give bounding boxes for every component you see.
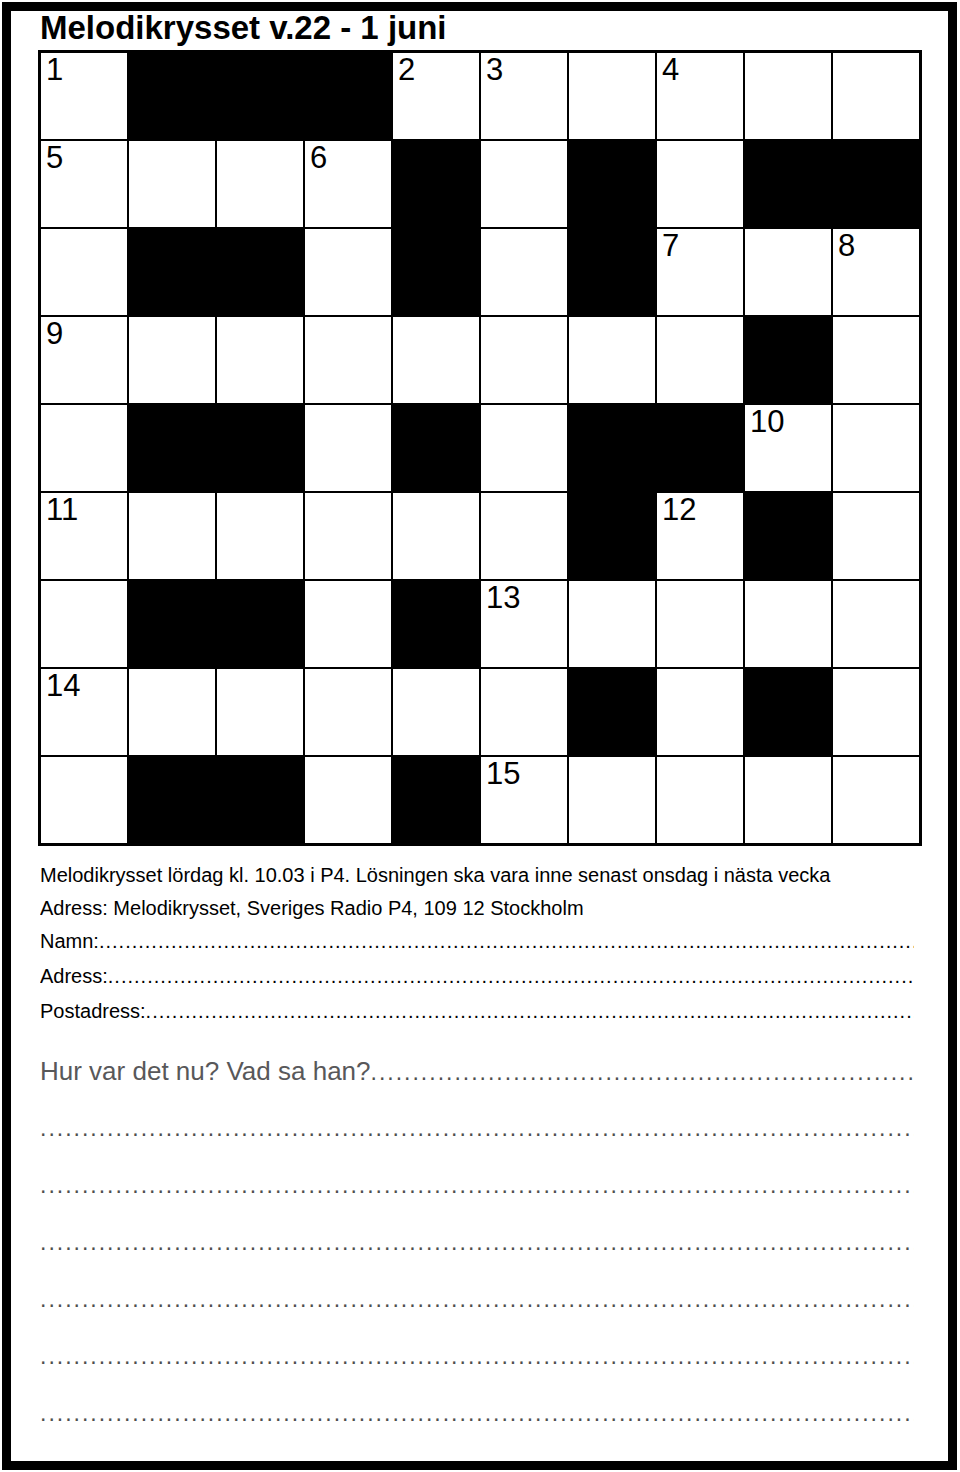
cell-r8c1[interactable]: 14 bbox=[40, 668, 128, 756]
cell-r2c1[interactable]: 5 bbox=[40, 140, 128, 228]
clue-number-5: 5 bbox=[46, 142, 63, 174]
block-cell-r6c7 bbox=[568, 492, 656, 580]
cell-r3c4[interactable] bbox=[304, 228, 392, 316]
cell-r5c10[interactable] bbox=[832, 404, 920, 492]
crossword-page: Melodikrysset v.22 - 1 juni 123456789101… bbox=[0, 0, 960, 1472]
cell-r4c3[interactable] bbox=[216, 316, 304, 404]
broadcast-info-line: Melodikrysset lördag kl. 10.03 i P4. Lös… bbox=[40, 864, 914, 886]
clue-number-12: 12 bbox=[662, 494, 696, 526]
clue-number-3: 3 bbox=[486, 54, 503, 86]
name-field-label: Namn: bbox=[40, 930, 99, 952]
block-cell-r9c5 bbox=[392, 756, 480, 844]
mailing-address-line: Adress: Melodikrysset, Sveriges Radio P4… bbox=[40, 897, 914, 919]
cell-r2c4[interactable]: 6 bbox=[304, 140, 392, 228]
cell-r4c10[interactable] bbox=[832, 316, 920, 404]
cell-r6c3[interactable] bbox=[216, 492, 304, 580]
cell-r4c7[interactable] bbox=[568, 316, 656, 404]
cell-r2c8[interactable] bbox=[656, 140, 744, 228]
cell-r4c4[interactable] bbox=[304, 316, 392, 404]
name-field[interactable]: Namn:...................................… bbox=[40, 930, 914, 952]
cell-r6c8[interactable]: 12 bbox=[656, 492, 744, 580]
cell-r8c4[interactable] bbox=[304, 668, 392, 756]
block-cell-r4c9 bbox=[744, 316, 832, 404]
cell-r9c9[interactable] bbox=[744, 756, 832, 844]
cell-r8c8[interactable] bbox=[656, 668, 744, 756]
block-cell-r5c5 bbox=[392, 404, 480, 492]
cell-r5c4[interactable] bbox=[304, 404, 392, 492]
cell-r5c9[interactable]: 10 bbox=[744, 404, 832, 492]
clue-number-8: 8 bbox=[838, 230, 855, 262]
prompt-dotted-leader: ........................................… bbox=[371, 1059, 914, 1085]
cell-r1c10[interactable] bbox=[832, 52, 920, 140]
cell-r6c4[interactable] bbox=[304, 492, 392, 580]
block-cell-r6c9 bbox=[744, 492, 832, 580]
clue-number-7: 7 bbox=[662, 230, 679, 262]
cell-r6c2[interactable] bbox=[128, 492, 216, 580]
address-field-dotted-leader: ........................................… bbox=[108, 965, 914, 987]
cell-r7c6[interactable]: 13 bbox=[480, 580, 568, 668]
clue-number-11: 11 bbox=[46, 494, 78, 526]
cell-r7c7[interactable] bbox=[568, 580, 656, 668]
cell-r1c8[interactable]: 4 bbox=[656, 52, 744, 140]
cell-r7c9[interactable] bbox=[744, 580, 832, 668]
prompt-row: Hur var det nu? Vad sa han?.............… bbox=[40, 1057, 914, 1086]
answer-dotted-line-6[interactable]: ........................................… bbox=[40, 1401, 914, 1427]
postal-address-field[interactable]: Postadress:.............................… bbox=[40, 1000, 914, 1022]
cell-r4c1[interactable]: 9 bbox=[40, 316, 128, 404]
cell-r9c4[interactable] bbox=[304, 756, 392, 844]
clue-number-2: 2 bbox=[398, 54, 415, 86]
cell-r1c5[interactable]: 2 bbox=[392, 52, 480, 140]
cell-r3c10[interactable]: 8 bbox=[832, 228, 920, 316]
address-field[interactable]: Adress:.................................… bbox=[40, 965, 914, 987]
cell-r1c6[interactable]: 3 bbox=[480, 52, 568, 140]
cell-r2c3[interactable] bbox=[216, 140, 304, 228]
cell-r8c6[interactable] bbox=[480, 668, 568, 756]
cell-r3c8[interactable]: 7 bbox=[656, 228, 744, 316]
cell-r7c8[interactable] bbox=[656, 580, 744, 668]
cell-r8c2[interactable] bbox=[128, 668, 216, 756]
cell-r8c3[interactable] bbox=[216, 668, 304, 756]
block-cell-r7c5 bbox=[392, 580, 480, 668]
clue-number-9: 9 bbox=[46, 318, 63, 350]
clue-number-14: 14 bbox=[46, 670, 80, 702]
block-cell-r2c10 bbox=[832, 140, 920, 228]
cell-r9c6[interactable]: 15 bbox=[480, 756, 568, 844]
block-cell-r5c3 bbox=[216, 404, 304, 492]
prompt-text: Hur var det nu? Vad sa han? bbox=[40, 1057, 371, 1086]
cell-r4c2[interactable] bbox=[128, 316, 216, 404]
clue-number-15: 15 bbox=[486, 758, 520, 790]
cell-r5c6[interactable] bbox=[480, 404, 568, 492]
block-cell-r3c5 bbox=[392, 228, 480, 316]
cell-r4c8[interactable] bbox=[656, 316, 744, 404]
block-cell-r9c3 bbox=[216, 756, 304, 844]
block-cell-r1c3 bbox=[216, 52, 304, 140]
block-cell-r7c2 bbox=[128, 580, 216, 668]
clue-number-13: 13 bbox=[486, 582, 520, 614]
cell-r9c8[interactable] bbox=[656, 756, 744, 844]
block-cell-r2c9 bbox=[744, 140, 832, 228]
block-cell-r5c8 bbox=[656, 404, 744, 492]
cell-r6c10[interactable] bbox=[832, 492, 920, 580]
cell-r8c5[interactable] bbox=[392, 668, 480, 756]
answer-dotted-line-1[interactable]: ........................................… bbox=[40, 1116, 914, 1142]
postal-address-field-dotted-leader: ........................................… bbox=[146, 1000, 914, 1022]
cell-r8c10[interactable] bbox=[832, 668, 920, 756]
address-field-label: Adress: bbox=[40, 965, 108, 987]
clue-number-6: 6 bbox=[310, 142, 327, 174]
block-cell-r8c7 bbox=[568, 668, 656, 756]
cell-r7c1[interactable] bbox=[40, 580, 128, 668]
block-cell-r1c2 bbox=[128, 52, 216, 140]
cell-r6c5[interactable] bbox=[392, 492, 480, 580]
cell-r9c10[interactable] bbox=[832, 756, 920, 844]
block-cell-r8c9 bbox=[744, 668, 832, 756]
cell-r2c2[interactable] bbox=[128, 140, 216, 228]
block-cell-r9c2 bbox=[128, 756, 216, 844]
cell-r3c9[interactable] bbox=[744, 228, 832, 316]
cell-r6c6[interactable] bbox=[480, 492, 568, 580]
cell-r1c9[interactable] bbox=[744, 52, 832, 140]
cell-r1c1[interactable]: 1 bbox=[40, 52, 128, 140]
answer-dotted-line-3[interactable]: ........................................… bbox=[40, 1230, 914, 1256]
clue-number-10: 10 bbox=[750, 406, 784, 438]
postal-address-field-label: Postadress: bbox=[40, 1000, 146, 1022]
clue-number-1: 1 bbox=[46, 54, 63, 86]
block-cell-r5c7 bbox=[568, 404, 656, 492]
block-cell-r2c7 bbox=[568, 140, 656, 228]
cell-r3c6[interactable] bbox=[480, 228, 568, 316]
cell-r3c1[interactable] bbox=[40, 228, 128, 316]
cell-r4c6[interactable] bbox=[480, 316, 568, 404]
answer-dotted-line-2[interactable]: ........................................… bbox=[40, 1173, 914, 1199]
cell-r1c7[interactable] bbox=[568, 52, 656, 140]
block-cell-r3c3 bbox=[216, 228, 304, 316]
crossword-grid: 123456789101112131415 bbox=[38, 50, 922, 846]
cell-r4c5[interactable] bbox=[392, 316, 480, 404]
answer-dotted-line-5[interactable]: ........................................… bbox=[40, 1344, 914, 1370]
block-cell-r3c7 bbox=[568, 228, 656, 316]
block-cell-r3c2 bbox=[128, 228, 216, 316]
cell-r5c1[interactable] bbox=[40, 404, 128, 492]
cell-r9c1[interactable] bbox=[40, 756, 128, 844]
cell-r2c6[interactable] bbox=[480, 140, 568, 228]
page-title: Melodikrysset v.22 - 1 juni bbox=[40, 8, 447, 48]
block-cell-r7c3 bbox=[216, 580, 304, 668]
name-field-dotted-leader: ........................................… bbox=[99, 930, 914, 952]
cell-r7c10[interactable] bbox=[832, 580, 920, 668]
cell-r9c7[interactable] bbox=[568, 756, 656, 844]
clue-number-4: 4 bbox=[662, 54, 679, 86]
block-cell-r5c2 bbox=[128, 404, 216, 492]
cell-r6c1[interactable]: 11 bbox=[40, 492, 128, 580]
block-cell-r1c4 bbox=[304, 52, 392, 140]
cell-r7c4[interactable] bbox=[304, 580, 392, 668]
answer-dotted-line-4[interactable]: ........................................… bbox=[40, 1287, 914, 1313]
block-cell-r2c5 bbox=[392, 140, 480, 228]
